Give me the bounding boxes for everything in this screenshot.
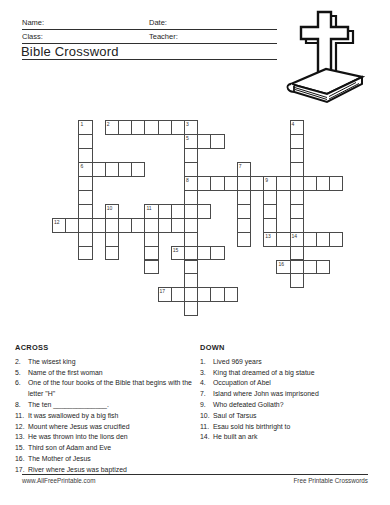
clue-item-text: It was swallowed by a big fish [28, 411, 197, 422]
class-label: Class: [22, 32, 43, 41]
teacher-label: Teacher: [149, 32, 178, 41]
clue-number: 10 [107, 205, 113, 211]
grid-cell[interactable] [290, 218, 304, 233]
clue-item: 16.The Mother of Jesus [15, 454, 197, 465]
grid-cell[interactable] [290, 273, 304, 288]
grid-cell[interactable] [171, 204, 185, 219]
grid-cell[interactable] [303, 260, 317, 275]
grid-cell[interactable] [250, 176, 264, 191]
clue-item-number: 1. [200, 357, 213, 368]
clue-number: 12 [54, 219, 60, 225]
grid-cell[interactable]: 8 [184, 176, 198, 191]
grid-cell[interactable] [276, 232, 290, 247]
grid-cell[interactable] [290, 204, 304, 219]
grid-cell[interactable] [237, 176, 251, 191]
clue-item-text: Occupation of Abel [213, 378, 382, 389]
grid-cell[interactable] [290, 148, 304, 163]
clue-item-text: The wisest king [28, 357, 197, 368]
clue-item-text: Mount where Jesus was crucified [28, 422, 197, 433]
grid-cell[interactable] [105, 218, 119, 233]
down-heading: DOWN [200, 343, 382, 354]
grid-cell[interactable] [184, 204, 198, 219]
grid-cell[interactable] [171, 287, 185, 302]
grid-cell[interactable] [131, 218, 145, 233]
grid-cell[interactable] [184, 246, 198, 261]
grid-cell[interactable] [78, 204, 92, 219]
clue-number: 1 [80, 121, 83, 127]
clue-item-number: 6. [15, 378, 28, 389]
grid-cell[interactable] [118, 218, 132, 233]
grid-cell[interactable] [224, 287, 238, 302]
grid-cell[interactable] [290, 190, 304, 205]
grid-cell[interactable] [197, 204, 211, 219]
grid-cell[interactable]: 9 [263, 176, 277, 191]
clue-number: 14 [292, 233, 298, 239]
across-heading: ACROSS [15, 343, 197, 354]
clue-item-text: He built an ark [213, 432, 382, 443]
grid-cell[interactable] [105, 232, 119, 247]
grid-cell[interactable] [78, 148, 92, 163]
clue-item-number: 11. [200, 422, 213, 433]
name-label: Name: [22, 18, 44, 27]
clue-number: 17 [160, 288, 166, 294]
clue-item: 5.Name of the first woman [15, 368, 197, 379]
grid-cell[interactable] [158, 120, 172, 135]
clue-item: 11.It was swallowed by a big fish [15, 411, 197, 422]
grid-cell[interactable] [78, 218, 92, 233]
grid-cell[interactable] [184, 232, 198, 247]
clue-number: 2 [107, 121, 110, 127]
grid-cell[interactable] [263, 204, 277, 219]
grid-cell[interactable] [184, 162, 198, 177]
clue-item-number: 16. [15, 454, 28, 465]
clue-item-text: The ten ______________. [28, 400, 197, 411]
clue-item-text: Esau sold his birthright to [213, 422, 382, 433]
clue-item: 9.Who defeated Goliath? [200, 400, 382, 411]
footer-site-link[interactable]: www.AllFreePrintable.com [22, 477, 96, 484]
grid-cell[interactable] [276, 176, 290, 191]
grid-cell[interactable] [184, 273, 198, 288]
grid-cell[interactable] [184, 260, 198, 275]
down-clues: DOWN 1.Lived 969 years3.King that dreame… [200, 343, 382, 443]
clue-item-number: 10. [200, 411, 213, 422]
clue-number: 5 [186, 135, 189, 141]
grid-cell[interactable] [92, 162, 106, 177]
bible-crossword-worksheet: { "game": "crossword", "header": { "name… [0, 0, 390, 505]
clue-item-number: 11. [15, 411, 28, 422]
clue-item-number: 15. [15, 443, 28, 454]
grid-cell[interactable] [184, 301, 198, 316]
clue-item: 8.The ten ______________. [15, 400, 197, 411]
grid-cell[interactable] [144, 246, 158, 261]
grid-cell[interactable] [290, 246, 304, 261]
grid-cell[interactable]: 15 [171, 246, 185, 261]
grid-cell[interactable] [118, 162, 132, 177]
clue-item-number: 7. [200, 389, 213, 400]
clue-item-number: 3. [200, 368, 213, 379]
grid-cell[interactable] [237, 190, 251, 205]
grid-cell[interactable] [144, 120, 158, 135]
grid-cell[interactable] [263, 218, 277, 233]
grid-cell[interactable] [184, 190, 198, 205]
clue-item-text: Lived 969 years [213, 357, 382, 368]
grid-cell[interactable] [210, 246, 224, 261]
grid-cell[interactable] [78, 246, 92, 261]
grid-cell[interactable]: 17 [158, 287, 172, 302]
clue-number: 8 [186, 177, 189, 183]
grid-cell[interactable] [131, 120, 145, 135]
grid-cell[interactable] [78, 190, 92, 205]
clue-item: 6.One of the four books of the Bible tha… [15, 378, 197, 400]
clue-item: 10.Saul of Tarsus [200, 411, 382, 422]
grid-cell[interactable] [237, 204, 251, 219]
clue-number: 15 [173, 247, 179, 253]
grid-cell[interactable] [329, 232, 343, 247]
grid-cell[interactable] [237, 232, 251, 247]
grid-cell[interactable] [316, 260, 330, 275]
grid-cell[interactable] [184, 218, 198, 233]
grid-cell[interactable]: 4 [290, 120, 304, 135]
clue-item-text: Saul of Tarsus [213, 411, 382, 422]
grid-cell[interactable]: 16 [276, 260, 290, 275]
title-underline [22, 59, 277, 60]
clue-item-text: Third son of Adam and Eve [28, 443, 197, 454]
grid-cell[interactable]: 7 [237, 162, 251, 177]
grid-cell[interactable] [131, 162, 145, 177]
grid-cell[interactable] [105, 162, 119, 177]
grid-cell[interactable]: 1 [78, 120, 92, 135]
grid-cell[interactable] [290, 134, 304, 149]
clue-item: 4.Occupation of Abel [200, 378, 382, 389]
clue-item-text: Who defeated Goliath? [213, 400, 382, 411]
clue-item-number: 2. [15, 357, 28, 368]
grid-cell[interactable]: 2 [105, 120, 119, 135]
grid-cell[interactable] [158, 218, 172, 233]
clue-item-number: 14. [200, 432, 213, 443]
grid-cell[interactable] [158, 204, 172, 219]
grid-cell[interactable] [78, 134, 92, 149]
grid-cell[interactable] [197, 176, 211, 191]
grid-cell[interactable] [78, 176, 92, 191]
grid-cell[interactable] [210, 287, 224, 302]
grid-cell[interactable] [144, 232, 158, 247]
crossword-grid: 1234567891011121314151617 [52, 120, 344, 317]
clue-item-text: The Mother of Jesus [28, 454, 197, 465]
clue-item: 13.He was thrown into the lions den [15, 432, 197, 443]
clue-number: 9 [265, 177, 268, 183]
grid-cell[interactable] [65, 218, 79, 233]
clue-number: 3 [186, 121, 189, 127]
clue-item-number: 13. [15, 432, 28, 443]
clue-item-text: Name of the first woman [28, 368, 197, 379]
clue-item-number: 9. [200, 400, 213, 411]
grid-cell[interactable] [144, 260, 158, 275]
date-label: Date: [149, 18, 167, 27]
footer-divider [22, 474, 368, 475]
clue-number: 6 [80, 163, 83, 169]
grid-cell[interactable] [290, 176, 304, 191]
grid-cell[interactable] [224, 176, 238, 191]
clue-item: 1.Lived 969 years [200, 357, 382, 368]
grid-cell[interactable]: 11 [144, 204, 158, 219]
grid-cell[interactable] [92, 218, 106, 233]
grid-cell[interactable]: 13 [263, 232, 277, 247]
clue-item: 15.Third son of Adam and Eve [15, 443, 197, 454]
grid-cell[interactable]: 12 [52, 218, 66, 233]
clue-item-number: 5. [15, 368, 28, 379]
grid-cell[interactable] [303, 232, 317, 247]
clue-item-text: One of the four books of the Bible that … [28, 378, 197, 400]
grid-cell[interactable] [316, 176, 330, 191]
grid-cell[interactable] [144, 218, 158, 233]
grid-cell[interactable] [237, 218, 251, 233]
clue-item-text: He was thrown into the lions den [28, 432, 197, 443]
clue-item-text: King that dreamed of a big statue [213, 368, 382, 379]
clue-item: 11.Esau sold his birthright to [200, 422, 382, 433]
grid-cell[interactable] [290, 162, 304, 177]
grid-cell[interactable] [197, 246, 211, 261]
footer-caption: Free Printable Crosswords [293, 477, 368, 484]
grid-cell[interactable] [197, 134, 211, 149]
clue-item: 7.Island where John was imprisoned [200, 389, 382, 400]
grid-cell[interactable] [290, 260, 304, 275]
grid-cell[interactable] [210, 134, 224, 149]
grid-cell[interactable] [171, 218, 185, 233]
grid-cell[interactable] [316, 232, 330, 247]
grid-cell[interactable] [105, 246, 119, 261]
grid-cell[interactable]: 10 [105, 204, 119, 219]
cross-and-bible-icon [285, 10, 367, 114]
grid-cell[interactable] [210, 176, 224, 191]
clue-number: 7 [239, 163, 242, 169]
clue-item: 14.He built an ark [200, 432, 382, 443]
grid-cell[interactable]: 6 [78, 162, 92, 177]
grid-cell[interactable] [118, 120, 132, 135]
clue-item: 3.King that dreamed of a big statue [200, 368, 382, 379]
name-date-underline [22, 29, 277, 30]
grid-cell[interactable] [184, 287, 198, 302]
grid-cell[interactable] [303, 176, 317, 191]
grid-cell[interactable] [78, 232, 92, 247]
grid-cell[interactable] [197, 287, 211, 302]
grid-cell[interactable] [329, 176, 343, 191]
page-title: Bible Crossword [21, 44, 119, 59]
clue-number: 11 [146, 205, 151, 211]
grid-cell[interactable]: 5 [184, 134, 198, 149]
clue-number: 16 [278, 261, 284, 267]
clue-item-number: 8. [15, 400, 28, 411]
across-clues: ACROSS 2.The wisest king5.Name of the fi… [15, 343, 197, 476]
clue-number: 4 [292, 121, 295, 127]
grid-cell[interactable] [171, 120, 185, 135]
clue-item: 12.Mount where Jesus was crucified [15, 422, 197, 433]
grid-cell[interactable]: 3 [184, 120, 198, 135]
grid-cell[interactable] [184, 148, 198, 163]
clue-item-number: 12. [15, 422, 28, 433]
grid-cell[interactable]: 14 [290, 232, 304, 247]
grid-cell[interactable] [263, 190, 277, 205]
clue-item-number: 4. [200, 378, 213, 389]
clue-number: 13 [265, 233, 271, 239]
clue-item: 2.The wisest king [15, 357, 197, 368]
clue-item-text: Island where John was imprisoned [213, 389, 382, 400]
